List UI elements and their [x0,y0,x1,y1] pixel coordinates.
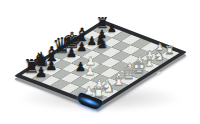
brand-logo-dot [157,71,162,76]
piece-black-pawn[interactable]: ♟ [35,65,48,79]
piece-black-pawn[interactable]: ♟ [76,41,87,53]
piece-black-pawn[interactable]: ♟ [66,47,78,60]
piece-white-rook[interactable]: ♜ [164,45,174,56]
piece-white-pawn[interactable]: ♟ [85,65,96,77]
product-photo-scene: ♜♞♝♛♚♝♜♟♟♟♟♟♟♟♞♟♟♟♟♟♟♟♟♟♜♞♝♛♚♝♞♜ [0,0,200,124]
piece-black-knight[interactable]: ♞ [94,35,109,51]
